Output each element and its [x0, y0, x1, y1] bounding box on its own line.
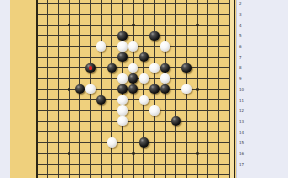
board-intersection[interactable] [64, 41, 75, 52]
board-intersection[interactable] [74, 95, 85, 106]
board-intersection[interactable] [181, 73, 192, 84]
board-intersection[interactable] [96, 52, 107, 63]
board-intersection[interactable] [149, 0, 160, 9]
board-intersection[interactable] [181, 105, 192, 116]
board-intersection[interactable] [181, 30, 192, 41]
board-intersection[interactable] [139, 52, 150, 63]
board-intersection[interactable] [171, 95, 182, 106]
board-intersection[interactable] [128, 105, 139, 116]
board-intersection[interactable] [203, 52, 214, 63]
board-intersection[interactable] [203, 127, 214, 138]
board-intersection[interactable] [106, 105, 117, 116]
board-intersection[interactable] [149, 52, 160, 63]
board-intersection[interactable] [171, 41, 182, 52]
board-intersection[interactable] [42, 169, 53, 178]
board-intersection[interactable] [160, 41, 171, 52]
board-intersection[interactable] [74, 148, 85, 159]
board-intersection[interactable] [74, 169, 85, 178]
board-intersection[interactable] [96, 105, 107, 116]
board-intersection[interactable] [96, 73, 107, 84]
white-stone [160, 73, 170, 83]
board-intersection[interactable] [53, 73, 64, 84]
board-intersection[interactable] [106, 52, 117, 63]
board-intersection[interactable] [192, 9, 203, 20]
board-intersection[interactable] [160, 52, 171, 63]
board-intersection[interactable] [203, 105, 214, 116]
board-intersection[interactable] [160, 73, 171, 84]
board-intersection[interactable] [106, 0, 117, 9]
board-intersection[interactable] [203, 30, 214, 41]
board-intersection[interactable] [74, 0, 85, 9]
board-intersection[interactable] [64, 169, 75, 178]
board-intersection[interactable] [181, 20, 192, 31]
board-intersection[interactable] [160, 95, 171, 106]
board-intersection[interactable] [149, 84, 160, 95]
board-intersection[interactable] [117, 105, 128, 116]
board-intersection[interactable] [42, 52, 53, 63]
board-intersection[interactable] [117, 62, 128, 73]
board-intersection[interactable] [53, 20, 64, 31]
board-intersection[interactable] [171, 0, 182, 9]
board-intersection[interactable] [139, 30, 150, 41]
board-intersection[interactable] [64, 127, 75, 138]
board-intersection[interactable] [42, 84, 53, 95]
board-intersection[interactable] [213, 0, 224, 9]
board-intersection[interactable] [53, 84, 64, 95]
board-intersection[interactable] [106, 20, 117, 31]
board-intersection[interactable] [149, 9, 160, 20]
board-intersection[interactable] [128, 41, 139, 52]
board-intersection[interactable] [213, 30, 224, 41]
board-intersection[interactable] [160, 20, 171, 31]
board-intersection[interactable] [117, 84, 128, 95]
board-intersection[interactable] [42, 30, 53, 41]
board-intersection[interactable] [213, 84, 224, 95]
board-intersection[interactable] [139, 116, 150, 127]
board-intersection[interactable] [42, 62, 53, 73]
board-intersection[interactable] [160, 159, 171, 170]
board-intersection[interactable] [85, 116, 96, 127]
board-intersection[interactable] [160, 169, 171, 178]
board-intersection[interactable] [203, 148, 214, 159]
board-intersection[interactable] [192, 0, 203, 9]
board-intersection[interactable] [64, 148, 75, 159]
board-intersection[interactable] [106, 127, 117, 138]
board-intersection[interactable] [139, 41, 150, 52]
board-intersection[interactable] [213, 62, 224, 73]
board-intersection[interactable] [64, 20, 75, 31]
board-intersection[interactable] [64, 30, 75, 41]
board-intersection[interactable] [203, 95, 214, 106]
board-intersection[interactable] [160, 30, 171, 41]
board-intersection[interactable] [181, 62, 192, 73]
board-intersection[interactable] [149, 159, 160, 170]
board-intersection[interactable] [139, 73, 150, 84]
board-intersection[interactable] [106, 84, 117, 95]
board-intersection[interactable] [203, 0, 214, 9]
board-intersection[interactable] [139, 137, 150, 148]
row-label: 14 [239, 130, 244, 135]
board-intersection[interactable] [171, 159, 182, 170]
board-intersection[interactable] [139, 159, 150, 170]
board-intersection[interactable] [128, 127, 139, 138]
board-intersection[interactable] [42, 95, 53, 106]
board-intersection[interactable] [64, 73, 75, 84]
board-intersection[interactable] [213, 159, 224, 170]
board-intersection[interactable] [181, 148, 192, 159]
board-intersection[interactable] [74, 105, 85, 116]
board-intersection[interactable] [171, 73, 182, 84]
board-intersection[interactable] [53, 9, 64, 20]
board-intersection[interactable] [53, 41, 64, 52]
board-intersection[interactable] [85, 62, 96, 73]
board-intersection[interactable] [106, 116, 117, 127]
board-intersection[interactable] [74, 116, 85, 127]
board-intersection[interactable] [53, 116, 64, 127]
board-intersection[interactable] [74, 9, 85, 20]
board-intersection[interactable] [181, 0, 192, 9]
board-intersection[interactable] [149, 116, 160, 127]
board-intersection[interactable] [64, 105, 75, 116]
white-stone [117, 41, 127, 51]
board-intersection[interactable] [192, 116, 203, 127]
board-intersection[interactable] [139, 9, 150, 20]
board-intersection[interactable] [181, 137, 192, 148]
board-intersection[interactable] [53, 52, 64, 63]
board-intersection[interactable] [85, 159, 96, 170]
board-intersection[interactable] [64, 84, 75, 95]
board-intersection[interactable] [213, 41, 224, 52]
board-intersection[interactable] [106, 62, 117, 73]
board-intersection[interactable] [85, 0, 96, 9]
board-intersection[interactable] [85, 52, 96, 63]
board-intersection[interactable] [213, 127, 224, 138]
board-intersection[interactable] [74, 30, 85, 41]
board-intersection[interactable] [96, 127, 107, 138]
board-intersection[interactable] [117, 30, 128, 41]
board-intersection[interactable] [139, 127, 150, 138]
board-intersection[interactable] [160, 116, 171, 127]
board-intersection[interactable] [85, 169, 96, 178]
board-intersection[interactable] [139, 105, 150, 116]
board-intersection[interactable] [181, 95, 192, 106]
board-intersection[interactable] [149, 20, 160, 31]
board-intersection[interactable] [213, 169, 224, 178]
board-intersection[interactable] [128, 116, 139, 127]
board-intersection[interactable] [74, 62, 85, 73]
board-intersection[interactable] [128, 84, 139, 95]
board-intersection[interactable] [213, 105, 224, 116]
board-intersection[interactable] [128, 73, 139, 84]
board-intersection[interactable] [64, 62, 75, 73]
board-intersection[interactable] [181, 127, 192, 138]
board-intersection[interactable] [85, 84, 96, 95]
board-intersection[interactable] [160, 148, 171, 159]
board-intersection[interactable] [149, 105, 160, 116]
board-intersection[interactable] [139, 148, 150, 159]
board-intersection[interactable] [149, 127, 160, 138]
black-stone [117, 52, 127, 62]
board-intersection[interactable] [181, 116, 192, 127]
board-intersection[interactable] [128, 62, 139, 73]
board-intersection[interactable] [117, 9, 128, 20]
board-intersection[interactable] [192, 148, 203, 159]
board-intersection[interactable] [117, 169, 128, 178]
board-intersection[interactable] [85, 73, 96, 84]
board-intersection[interactable] [171, 84, 182, 95]
board-intersection[interactable] [203, 84, 214, 95]
board-intersection[interactable] [128, 159, 139, 170]
board-intersection[interactable] [149, 73, 160, 84]
board-intersection[interactable] [85, 95, 96, 106]
board-intersection[interactable] [85, 148, 96, 159]
board-intersection[interactable] [213, 20, 224, 31]
board-intersection[interactable] [160, 84, 171, 95]
board-intersection[interactable] [171, 137, 182, 148]
board-intersection[interactable] [106, 9, 117, 20]
board-intersection[interactable] [192, 127, 203, 138]
board-intersection[interactable] [42, 137, 53, 148]
board-intersection[interactable] [160, 0, 171, 9]
black-stone [128, 84, 138, 94]
board-intersection[interactable] [171, 30, 182, 41]
board-intersection[interactable] [203, 9, 214, 20]
board-intersection[interactable] [106, 169, 117, 178]
board-intersection[interactable] [171, 105, 182, 116]
board-intersection[interactable] [160, 127, 171, 138]
board-intersection[interactable] [181, 41, 192, 52]
board-intersection[interactable] [171, 116, 182, 127]
board-intersection[interactable] [42, 0, 53, 9]
board-intersection[interactable] [192, 52, 203, 63]
board-intersection[interactable] [74, 137, 85, 148]
board-intersection[interactable] [160, 62, 171, 73]
board-intersection[interactable] [192, 137, 203, 148]
board-intersection[interactable] [117, 95, 128, 106]
board-intersection[interactable] [117, 52, 128, 63]
board-intersection[interactable] [74, 84, 85, 95]
board-intersection[interactable] [85, 41, 96, 52]
board-intersection[interactable] [96, 95, 107, 106]
board-intersection[interactable] [117, 159, 128, 170]
black-stone [149, 31, 159, 41]
board-intersection[interactable] [106, 159, 117, 170]
board-intersection[interactable] [139, 95, 150, 106]
board-intersection[interactable] [42, 148, 53, 159]
board-intersection[interactable] [160, 137, 171, 148]
board-intersection[interactable] [192, 84, 203, 95]
board-intersection[interactable] [96, 159, 107, 170]
board-intersection[interactable] [42, 116, 53, 127]
board-intersection[interactable] [96, 41, 107, 52]
board-intersection[interactable] [181, 52, 192, 63]
board-intersection[interactable] [42, 20, 53, 31]
board-intersection[interactable] [64, 95, 75, 106]
board-intersection[interactable] [192, 169, 203, 178]
board-intersection[interactable] [192, 95, 203, 106]
board-intersection[interactable] [128, 20, 139, 31]
board-intersection[interactable] [85, 30, 96, 41]
board-intersection[interactable] [117, 41, 128, 52]
board-intersection[interactable] [53, 137, 64, 148]
board-intersection[interactable] [181, 159, 192, 170]
board-intersection[interactable] [106, 137, 117, 148]
board-intersection[interactable] [64, 52, 75, 63]
board-intersection[interactable] [192, 105, 203, 116]
board-intersection[interactable] [42, 127, 53, 138]
board-intersection[interactable] [74, 41, 85, 52]
board-intersection[interactable] [160, 9, 171, 20]
board-intersection[interactable] [96, 30, 107, 41]
board-intersection[interactable] [203, 20, 214, 31]
board-intersection[interactable] [171, 20, 182, 31]
board-intersection[interactable] [192, 30, 203, 41]
board-intersection[interactable] [203, 62, 214, 73]
board-intersection[interactable] [213, 116, 224, 127]
star-point [196, 24, 199, 27]
board-intersection[interactable] [213, 52, 224, 63]
board-intersection[interactable] [42, 73, 53, 84]
board-intersection[interactable] [192, 62, 203, 73]
board-intersection[interactable] [181, 84, 192, 95]
board-intersection[interactable] [203, 116, 214, 127]
board-intersection[interactable] [149, 148, 160, 159]
board-intersection[interactable] [96, 9, 107, 20]
board-intersection[interactable] [85, 9, 96, 20]
board-intersection[interactable] [149, 95, 160, 106]
board-intersection[interactable] [53, 127, 64, 138]
board-intersection[interactable] [74, 20, 85, 31]
board-intersection[interactable] [128, 30, 139, 41]
board-intersection[interactable] [96, 169, 107, 178]
board-intersection[interactable] [64, 159, 75, 170]
board-intersection[interactable] [128, 169, 139, 178]
board-intersection[interactable] [96, 116, 107, 127]
board-intersection[interactable] [106, 41, 117, 52]
board-intersection[interactable] [106, 73, 117, 84]
board-intersection[interactable] [171, 148, 182, 159]
board-intersection[interactable] [128, 0, 139, 9]
board-intersection[interactable] [203, 73, 214, 84]
board-intersection[interactable] [149, 30, 160, 41]
board-intersection[interactable] [74, 73, 85, 84]
board-intersection[interactable] [213, 148, 224, 159]
board-intersection[interactable] [213, 137, 224, 148]
board-intersection[interactable] [203, 169, 214, 178]
board-intersection[interactable] [64, 116, 75, 127]
board-intersection[interactable] [192, 20, 203, 31]
board-intersection[interactable] [128, 95, 139, 106]
board-intersection[interactable] [53, 159, 64, 170]
black-stone [128, 73, 138, 83]
board-intersection[interactable] [117, 20, 128, 31]
board-intersection[interactable] [139, 84, 150, 95]
board-intersection[interactable] [117, 137, 128, 148]
board-intersection[interactable] [171, 52, 182, 63]
board-intersection[interactable] [192, 159, 203, 170]
board-intersection[interactable] [213, 9, 224, 20]
board-intersection[interactable] [53, 62, 64, 73]
board-intersection[interactable] [213, 95, 224, 106]
board-intersection[interactable] [96, 20, 107, 31]
board-intersection[interactable] [213, 73, 224, 84]
board-intersection[interactable] [203, 137, 214, 148]
board-intersection[interactable] [64, 0, 75, 9]
board-intersection[interactable] [85, 137, 96, 148]
board-intersection[interactable] [53, 148, 64, 159]
star-point [132, 24, 135, 27]
board-intersection[interactable] [96, 62, 107, 73]
board-intersection[interactable] [53, 0, 64, 9]
board-intersection[interactable] [96, 84, 107, 95]
board-intersection[interactable] [74, 52, 85, 63]
board-intersection[interactable] [192, 41, 203, 52]
board-intersection[interactable] [203, 159, 214, 170]
board-intersection[interactable] [139, 62, 150, 73]
board-intersection[interactable] [117, 73, 128, 84]
board-intersection[interactable] [171, 169, 182, 178]
board-intersection[interactable] [139, 20, 150, 31]
white-stone [160, 41, 170, 51]
board-intersection[interactable] [85, 105, 96, 116]
board-intersection[interactable] [192, 73, 203, 84]
board-intersection[interactable] [96, 0, 107, 9]
board-intersection[interactable] [128, 9, 139, 20]
board-intersection[interactable] [117, 0, 128, 9]
board-intersection[interactable] [42, 105, 53, 116]
board-intersection[interactable] [128, 137, 139, 148]
board-intersection[interactable] [117, 116, 128, 127]
board-intersection[interactable] [139, 0, 150, 9]
board-intersection[interactable] [53, 105, 64, 116]
board-intersection[interactable] [171, 62, 182, 73]
board-intersection[interactable] [106, 95, 117, 106]
board-intersection[interactable] [171, 127, 182, 138]
board-intersection[interactable] [171, 9, 182, 20]
board-intersection[interactable] [53, 95, 64, 106]
board-intersection[interactable] [117, 127, 128, 138]
board-intersection[interactable] [149, 169, 160, 178]
board-intersection[interactable] [117, 148, 128, 159]
row-label: 16 [239, 151, 244, 156]
board-intersection[interactable] [64, 137, 75, 148]
board-intersection[interactable] [203, 41, 214, 52]
board-intersection[interactable] [96, 148, 107, 159]
board-intersection[interactable] [74, 127, 85, 138]
board-intersection[interactable] [74, 159, 85, 170]
board-intersection[interactable] [53, 169, 64, 178]
board-intersection[interactable] [181, 169, 192, 178]
board-intersection[interactable] [149, 41, 160, 52]
board-intersection[interactable] [42, 9, 53, 20]
board-intersection[interactable] [42, 159, 53, 170]
board-intersection[interactable] [149, 137, 160, 148]
board-intersection[interactable] [106, 148, 117, 159]
board-intersection[interactable] [96, 137, 107, 148]
board-intersection[interactable] [85, 20, 96, 31]
board-intersection[interactable] [64, 9, 75, 20]
board-intersection[interactable] [149, 62, 160, 73]
board-intersection[interactable] [139, 169, 150, 178]
board-intersection[interactable] [128, 148, 139, 159]
board-intersection[interactable] [128, 52, 139, 63]
board-intersection[interactable] [181, 9, 192, 20]
board-intersection[interactable] [106, 30, 117, 41]
board-intersection[interactable] [160, 105, 171, 116]
board-intersection[interactable] [53, 30, 64, 41]
board-intersection[interactable] [42, 41, 53, 52]
board-intersection[interactable] [85, 127, 96, 138]
